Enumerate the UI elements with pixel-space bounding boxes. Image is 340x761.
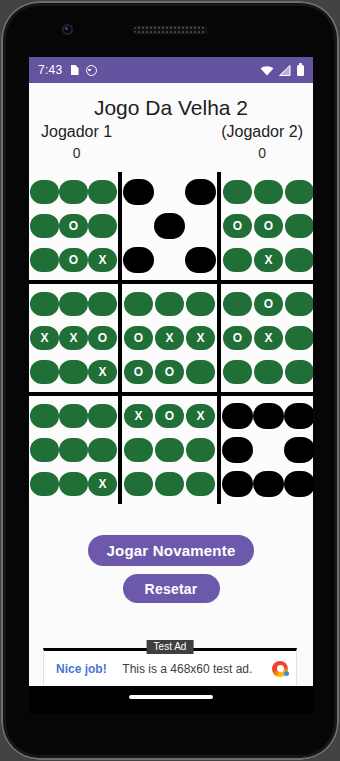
board-cell <box>284 437 313 463</box>
sub-board-3: OOX <box>221 172 313 280</box>
board-cell[interactable] <box>30 248 59 272</box>
sub-board-6: OOX <box>221 284 313 392</box>
board-cell[interactable]: X <box>155 326 184 350</box>
board-cell[interactable]: O <box>254 214 283 238</box>
board-cell[interactable] <box>285 326 313 350</box>
board-cell[interactable]: O <box>124 326 153 350</box>
sub-board-7: X <box>29 396 118 504</box>
board-cell[interactable]: O <box>223 214 252 238</box>
board-cell[interactable]: X <box>186 404 215 428</box>
board-cell <box>123 179 154 205</box>
board-cell[interactable] <box>59 292 88 316</box>
player2-name: (Jogador 2) <box>221 123 303 141</box>
board-cell[interactable] <box>186 472 215 496</box>
board-cell[interactable] <box>59 438 88 462</box>
board-cell[interactable]: O <box>124 360 153 384</box>
board-cell[interactable] <box>30 180 59 204</box>
board-cell[interactable] <box>223 180 252 204</box>
board-cell[interactable]: X <box>88 360 117 384</box>
board-cell <box>155 248 184 272</box>
board-cell <box>186 214 215 238</box>
scoreboard: Jogador 1 0 (Jogador 2) 0 <box>29 123 313 161</box>
board-cell[interactable] <box>285 360 313 384</box>
board-cell[interactable] <box>59 180 88 204</box>
game-board-grid: OOX OOX XXOX OXXOO OOX X XOX <box>29 172 313 504</box>
board-cell[interactable] <box>30 438 59 462</box>
page-title: Jogo Da Velha 2 <box>29 96 313 120</box>
emulator-background: 7:43 Jogo Da Velha 2 Jogador 1 0 <box>0 0 340 761</box>
sub-board-4: XXOX <box>29 284 118 392</box>
board-cell <box>185 247 216 273</box>
board-cell[interactable]: O <box>155 404 184 428</box>
board-cell[interactable]: X <box>254 248 283 272</box>
board-cell[interactable] <box>285 214 313 238</box>
player1-score: 0 <box>73 145 81 161</box>
phone-frame: 7:43 Jogo Da Velha 2 Jogador 1 0 <box>1 1 339 760</box>
board-cell <box>222 437 253 463</box>
front-camera-icon <box>62 24 73 35</box>
board-cell[interactable] <box>223 360 252 384</box>
board-cell <box>124 214 153 238</box>
board-cell[interactable] <box>30 360 59 384</box>
board-cell[interactable] <box>285 248 313 272</box>
gesture-handle[interactable] <box>129 695 213 699</box>
action-buttons: Jogar Novamente Resetar <box>29 535 313 603</box>
reset-button[interactable]: Resetar <box>123 574 220 603</box>
board-cell <box>123 247 154 273</box>
clock: 7:43 <box>38 63 63 77</box>
board-cell[interactable] <box>223 248 252 272</box>
speaker-grille <box>133 26 207 34</box>
board-cell[interactable] <box>88 180 117 204</box>
sub-board-5: OXXOO <box>122 284 217 392</box>
board-cell[interactable] <box>186 360 215 384</box>
board-cell[interactable] <box>88 404 117 428</box>
gesture-nav-bar <box>29 686 313 713</box>
smiley-notification-icon <box>86 65 97 76</box>
board-cell[interactable] <box>285 180 313 204</box>
board-cell[interactable] <box>124 438 153 462</box>
board-cell[interactable]: X <box>186 326 215 350</box>
test-ad-badge: Test Ad <box>147 640 194 654</box>
board-cell[interactable] <box>254 180 283 204</box>
board-cell[interactable]: O <box>59 214 88 238</box>
app-screen: 7:43 Jogo Da Velha 2 Jogador 1 0 <box>29 57 313 713</box>
board-cell[interactable] <box>88 438 117 462</box>
board-cell <box>154 213 185 239</box>
board-cell <box>253 403 284 429</box>
player1-name: Jogador 1 <box>41 123 112 141</box>
board-cell[interactable] <box>88 292 117 316</box>
admob-icon[interactable] <box>272 661 288 677</box>
board-cell[interactable]: X <box>124 404 153 428</box>
board-cell <box>222 471 253 497</box>
board-cell[interactable]: X <box>88 248 117 272</box>
board-cell[interactable]: O <box>254 292 283 316</box>
board-cell[interactable]: X <box>30 326 59 350</box>
player2-block: (Jogador 2) 0 <box>221 123 303 161</box>
board-cell[interactable] <box>124 472 153 496</box>
board-cell[interactable] <box>186 292 215 316</box>
board-cell[interactable] <box>155 292 184 316</box>
board-cell[interactable]: X <box>88 472 117 496</box>
board-cell[interactable] <box>186 438 215 462</box>
battery-icon <box>297 65 304 76</box>
player1-block: Jogador 1 0 <box>41 123 112 161</box>
board-cell[interactable]: O <box>223 326 252 350</box>
ad-banner[interactable]: Test Ad Nice job! This is a 468x60 test … <box>43 648 297 686</box>
board-cell <box>284 403 313 429</box>
board-cell[interactable] <box>30 292 59 316</box>
board-cell <box>222 403 253 429</box>
board-cell <box>284 471 313 497</box>
ad-headline-link[interactable]: Nice job! <box>56 662 107 676</box>
board-cell <box>254 438 283 462</box>
board-cell[interactable] <box>223 292 252 316</box>
sub-board-8: XOX <box>122 396 217 504</box>
board-cell[interactable]: O <box>88 326 117 350</box>
board-cell <box>155 180 184 204</box>
board-cell[interactable]: X <box>59 326 88 350</box>
board-cell[interactable] <box>59 360 88 384</box>
board-cell[interactable] <box>59 404 88 428</box>
cell-signal-icon <box>278 65 291 76</box>
player2-score: 0 <box>258 145 266 161</box>
board-cell[interactable] <box>88 214 117 238</box>
ad-body-text: This is a 468x60 test ad. <box>107 662 268 676</box>
wifi-icon <box>260 65 274 76</box>
sub-board-9 <box>221 396 313 504</box>
board-cell[interactable] <box>30 404 59 428</box>
board-cell[interactable]: X <box>254 326 283 350</box>
board-cell[interactable]: O <box>155 360 184 384</box>
board-cell[interactable] <box>30 214 59 238</box>
board-cell[interactable]: O <box>59 248 88 272</box>
file-notification-icon <box>71 65 79 75</box>
board-cell[interactable] <box>30 472 59 496</box>
board-cell <box>253 471 284 497</box>
board-cell[interactable] <box>59 472 88 496</box>
board-cell[interactable] <box>155 438 184 462</box>
board-cell[interactable] <box>124 292 153 316</box>
board-cell[interactable] <box>155 472 184 496</box>
board-cell[interactable] <box>285 292 313 316</box>
status-bar: 7:43 <box>29 57 313 83</box>
sub-board-1: OOX <box>29 172 118 280</box>
sub-board-2 <box>122 172 217 280</box>
board-cell <box>185 179 216 205</box>
board-cell[interactable] <box>254 360 283 384</box>
play-again-button[interactable]: Jogar Novamente <box>88 535 254 566</box>
